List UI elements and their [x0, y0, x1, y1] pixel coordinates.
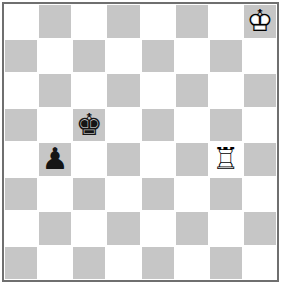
square-d2[interactable] — [106, 211, 140, 246]
square-h3[interactable] — [243, 177, 277, 212]
square-e3[interactable] — [141, 177, 175, 212]
square-g6[interactable] — [209, 73, 243, 108]
square-a7[interactable] — [4, 39, 38, 74]
white-king[interactable]: ♚♔ — [244, 5, 276, 38]
white-rook[interactable]: ♜♖ — [209, 142, 243, 177]
square-h2[interactable] — [243, 211, 277, 246]
square-c2[interactable] — [72, 211, 106, 246]
square-d4[interactable] — [106, 142, 140, 177]
square-g3[interactable] — [209, 177, 243, 212]
square-a2[interactable] — [4, 211, 38, 246]
square-c5[interactable]: ♚ — [72, 108, 106, 143]
square-e6[interactable] — [141, 73, 175, 108]
square-d6[interactable] — [106, 73, 140, 108]
square-h4[interactable] — [243, 142, 277, 177]
square-f5[interactable] — [175, 108, 209, 143]
square-h6[interactable] — [243, 73, 277, 108]
black-pawn-glyph: ♟ — [39, 143, 71, 176]
square-c6[interactable] — [72, 73, 106, 108]
black-king-glyph: ♚ — [73, 109, 105, 142]
square-a4[interactable] — [4, 142, 38, 177]
square-h5[interactable] — [243, 108, 277, 143]
square-e7[interactable] — [141, 39, 175, 74]
square-g5[interactable] — [209, 108, 243, 143]
square-d8[interactable] — [106, 4, 140, 39]
square-b7[interactable] — [38, 39, 72, 74]
square-e5[interactable] — [141, 108, 175, 143]
square-g8[interactable] — [209, 4, 243, 39]
square-f8[interactable] — [175, 4, 209, 39]
square-b6[interactable] — [38, 73, 72, 108]
chess-diagram: ♚♔♚♟♜♖ — [0, 0, 282, 285]
square-g2[interactable] — [209, 211, 243, 246]
square-f3[interactable] — [175, 177, 209, 212]
black-king[interactable]: ♚ — [73, 109, 105, 142]
square-e2[interactable] — [141, 211, 175, 246]
square-h8[interactable]: ♚♔ — [243, 4, 277, 39]
square-b3[interactable] — [38, 177, 72, 212]
square-c8[interactable] — [72, 4, 106, 39]
square-a8[interactable] — [4, 4, 38, 39]
square-b2[interactable] — [38, 211, 72, 246]
square-d3[interactable] — [106, 177, 140, 212]
square-g1[interactable] — [209, 246, 243, 281]
square-c7[interactable] — [72, 39, 106, 74]
square-f7[interactable] — [175, 39, 209, 74]
square-a1[interactable] — [4, 246, 38, 281]
square-c3[interactable] — [72, 177, 106, 212]
square-b1[interactable] — [38, 246, 72, 281]
square-e8[interactable] — [141, 4, 175, 39]
square-a5[interactable] — [4, 108, 38, 143]
square-e1[interactable] — [141, 246, 175, 281]
square-b4[interactable]: ♟ — [38, 142, 72, 177]
square-b8[interactable] — [38, 4, 72, 39]
square-a6[interactable] — [4, 73, 38, 108]
square-e4[interactable] — [141, 142, 175, 177]
square-h7[interactable] — [243, 39, 277, 74]
square-f1[interactable] — [175, 246, 209, 281]
white-rook-glyph: ♖ — [209, 142, 243, 177]
square-f6[interactable] — [175, 73, 209, 108]
square-a3[interactable] — [4, 177, 38, 212]
square-d7[interactable] — [106, 39, 140, 74]
square-c1[interactable] — [72, 246, 106, 281]
square-g4[interactable]: ♜♖ — [209, 142, 243, 177]
black-pawn[interactable]: ♟ — [39, 143, 71, 176]
square-h1[interactable] — [243, 246, 277, 281]
square-d1[interactable] — [106, 246, 140, 281]
square-d5[interactable] — [106, 108, 140, 143]
square-c4[interactable] — [72, 142, 106, 177]
square-b5[interactable] — [38, 108, 72, 143]
chess-board: ♚♔♚♟♜♖ — [2, 2, 279, 282]
square-g7[interactable] — [209, 39, 243, 74]
square-f4[interactable] — [175, 142, 209, 177]
square-f2[interactable] — [175, 211, 209, 246]
white-king-glyph: ♔ — [244, 5, 276, 38]
